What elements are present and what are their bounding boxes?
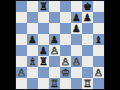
white-pawn-icon[interactable]: ♙ (72, 56, 81, 67)
square-b1[interactable] (27, 78, 38, 89)
square-e8[interactable] (60, 1, 71, 12)
square-e5[interactable] (60, 34, 71, 45)
square-g5[interactable] (82, 34, 93, 45)
square-h3[interactable] (93, 56, 104, 67)
square-c6[interactable] (38, 23, 49, 34)
square-h2[interactable]: ♙ (93, 67, 104, 78)
white-king-icon[interactable]: ♔ (61, 67, 70, 78)
square-c7[interactable] (38, 12, 49, 23)
square-c3[interactable]: ♜ (38, 56, 49, 67)
square-d4[interactable]: ♙ (49, 45, 60, 56)
square-b4[interactable] (27, 45, 38, 56)
black-pawn-icon[interactable]: ♟ (83, 12, 92, 23)
square-f8[interactable] (71, 1, 82, 12)
square-e6[interactable] (60, 23, 71, 34)
black-pawn-icon[interactable]: ♟ (72, 23, 81, 34)
square-b6[interactable] (27, 23, 38, 34)
white-pawn-icon[interactable]: ♙ (61, 56, 70, 67)
square-b8[interactable] (27, 1, 38, 12)
square-g3[interactable] (82, 56, 93, 67)
square-c5[interactable] (38, 34, 49, 45)
square-f5[interactable] (71, 34, 82, 45)
white-pawn-icon[interactable]: ♙ (50, 45, 59, 56)
square-g6[interactable] (82, 23, 93, 34)
square-d3[interactable] (49, 56, 60, 67)
black-pawn-icon[interactable]: ♟ (39, 45, 48, 56)
square-a7[interactable] (16, 12, 27, 23)
square-d7[interactable] (49, 12, 60, 23)
square-a4[interactable] (16, 45, 27, 56)
square-g7[interactable]: ♟ (82, 12, 93, 23)
black-rook-icon[interactable]: ♜ (39, 1, 48, 12)
square-f7[interactable]: ♟ (71, 12, 82, 23)
black-bishop-icon[interactable]: ♝ (94, 34, 103, 45)
square-e3[interactable]: ♙ (60, 56, 71, 67)
white-rook-icon[interactable]: ♖ (50, 78, 59, 89)
square-d6[interactable] (49, 23, 60, 34)
square-h5[interactable]: ♝ (93, 34, 104, 45)
square-a2[interactable]: ♙ (16, 67, 27, 78)
square-f6[interactable]: ♟ (71, 23, 82, 34)
square-b7[interactable] (27, 12, 38, 23)
square-h6[interactable] (93, 23, 104, 34)
square-f1[interactable] (71, 78, 82, 89)
square-f3[interactable]: ♙ (71, 56, 82, 67)
square-c4[interactable]: ♟ (38, 45, 49, 56)
square-e2[interactable]: ♔ (60, 67, 71, 78)
square-d8[interactable] (49, 1, 60, 12)
square-b2[interactable] (27, 67, 38, 78)
square-b5[interactable]: ♟ (27, 34, 38, 45)
black-rook-icon[interactable]: ♜ (39, 56, 48, 67)
white-pawn-icon[interactable]: ♙ (94, 67, 103, 78)
black-pawn-icon[interactable]: ♟ (72, 12, 81, 23)
square-a1[interactable] (16, 78, 27, 89)
square-e7[interactable] (60, 12, 71, 23)
square-a5[interactable] (16, 34, 27, 45)
white-rook-icon[interactable]: ♖ (83, 78, 92, 89)
square-g8[interactable]: ♚ (82, 1, 93, 12)
square-c2[interactable] (38, 67, 49, 78)
chess-board: ♜♚♟♟♟♟♟♝♟♙♗♜♙♙♙♔♙♖♖ (15, 0, 105, 90)
square-h1[interactable] (93, 78, 104, 89)
white-bishop-icon[interactable]: ♗ (28, 56, 37, 67)
square-c1[interactable] (38, 78, 49, 89)
square-h4[interactable] (93, 45, 104, 56)
square-d2[interactable] (49, 67, 60, 78)
square-d5[interactable]: ♟ (49, 34, 60, 45)
square-f2[interactable] (71, 67, 82, 78)
letterbox-frame: ♜♚♟♟♟♟♟♝♟♙♗♜♙♙♙♔♙♖♖ (15, 0, 105, 90)
square-a6[interactable] (16, 23, 27, 34)
square-e4[interactable] (60, 45, 71, 56)
square-c8[interactable]: ♜ (38, 1, 49, 12)
square-a3[interactable] (16, 56, 27, 67)
square-g2[interactable] (82, 67, 93, 78)
white-pawn-icon[interactable]: ♙ (17, 67, 26, 78)
square-g4[interactable] (82, 45, 93, 56)
square-e1[interactable] (60, 78, 71, 89)
square-d1[interactable]: ♖ (49, 78, 60, 89)
square-a8[interactable] (16, 1, 27, 12)
square-b3[interactable]: ♗ (27, 56, 38, 67)
black-king-icon[interactable]: ♚ (83, 1, 92, 12)
square-g1[interactable]: ♖ (82, 78, 93, 89)
square-f4[interactable] (71, 45, 82, 56)
black-pawn-icon[interactable]: ♟ (28, 34, 37, 45)
square-h8[interactable] (93, 1, 104, 12)
black-pawn-icon[interactable]: ♟ (50, 34, 59, 45)
square-h7[interactable] (93, 12, 104, 23)
